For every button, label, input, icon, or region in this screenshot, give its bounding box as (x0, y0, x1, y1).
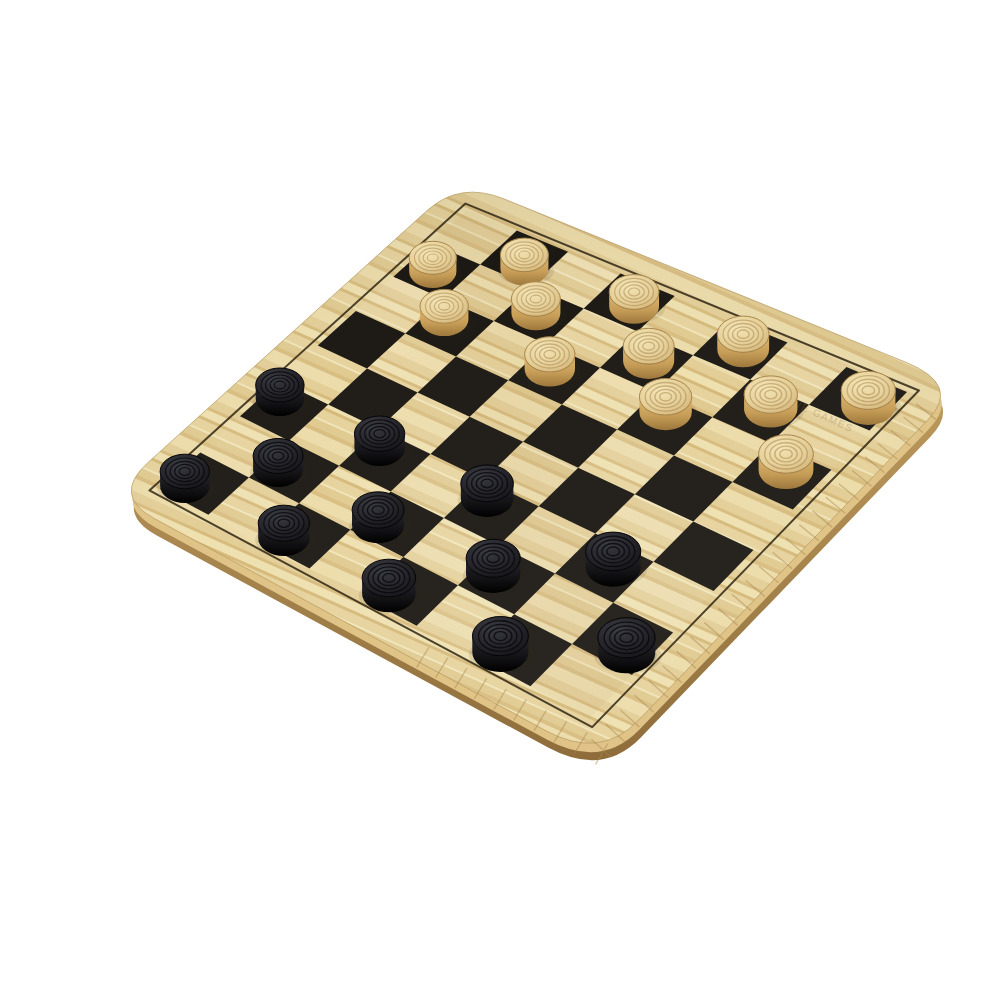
product-photo-scene: WE GAMES Wooden checkers board with all … (0, 0, 1000, 1000)
checkers-board-photo: WE GAMES (0, 0, 1000, 1000)
